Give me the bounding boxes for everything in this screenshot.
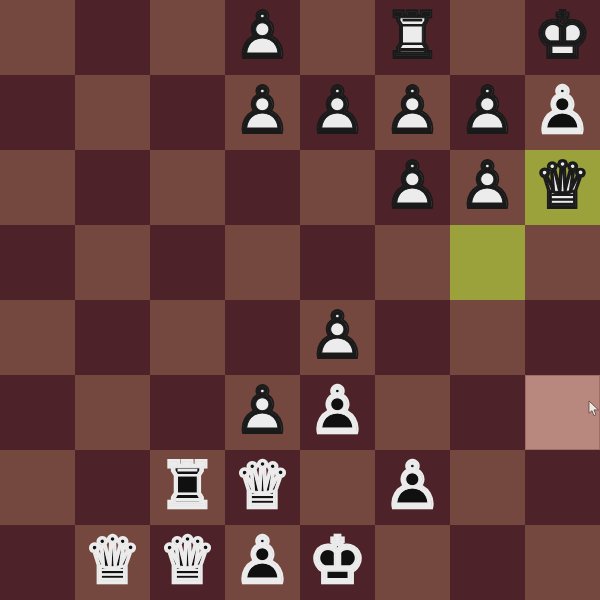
square-d6[interactable] bbox=[225, 150, 300, 225]
square-c2[interactable]: ♜♜♖ bbox=[150, 450, 225, 525]
white-pawn[interactable]: ♟♟♙ bbox=[225, 0, 300, 75]
body-glyph: ♟ bbox=[225, 373, 300, 448]
halo-glyph: ♟ bbox=[300, 373, 375, 448]
square-b1[interactable]: ♛♛♕ bbox=[75, 525, 150, 600]
halo-glyph: ♛ bbox=[75, 523, 150, 598]
detail-glyph: ♕ bbox=[525, 148, 600, 223]
white-pawn[interactable]: ♟♟♙ bbox=[300, 75, 375, 150]
detail-glyph: ♕ bbox=[150, 523, 225, 598]
body-glyph: ♛ bbox=[150, 523, 225, 598]
white-pawn[interactable]: ♟♟♙ bbox=[225, 75, 300, 150]
square-d3[interactable]: ♟♟♙ bbox=[225, 375, 300, 450]
square-h4[interactable] bbox=[525, 300, 600, 375]
detail-glyph: ♙ bbox=[450, 73, 525, 148]
halo-glyph: ♟ bbox=[300, 298, 375, 373]
halo-glyph: ♟ bbox=[525, 73, 600, 148]
body-glyph: ♜ bbox=[150, 448, 225, 523]
square-e4[interactable]: ♟♟♙ bbox=[300, 300, 375, 375]
body-glyph: ♟ bbox=[375, 148, 450, 223]
square-f8[interactable]: ♜♜♖ bbox=[375, 0, 450, 75]
body-glyph: ♟ bbox=[225, 523, 300, 598]
detail-glyph: ♙ bbox=[300, 373, 375, 448]
square-g1[interactable] bbox=[450, 525, 525, 600]
square-b6[interactable] bbox=[75, 150, 150, 225]
black-pawn[interactable]: ♟♟♙ bbox=[375, 450, 450, 525]
white-pawn[interactable]: ♟♟♙ bbox=[450, 150, 525, 225]
square-b4[interactable] bbox=[75, 300, 150, 375]
halo-glyph: ♚ bbox=[525, 0, 600, 73]
square-f2[interactable]: ♟♟♙ bbox=[375, 450, 450, 525]
body-glyph: ♟ bbox=[450, 73, 525, 148]
square-d2[interactable]: ♛♛♕ bbox=[225, 450, 300, 525]
square-e8[interactable] bbox=[300, 0, 375, 75]
square-f3[interactable] bbox=[375, 375, 450, 450]
square-f4[interactable] bbox=[375, 300, 450, 375]
halo-glyph: ♟ bbox=[300, 73, 375, 148]
black-king[interactable]: ♚♚♔ bbox=[300, 525, 375, 600]
halo-glyph: ♜ bbox=[375, 0, 450, 73]
detail-glyph: ♔ bbox=[525, 0, 600, 73]
square-h3[interactable] bbox=[525, 375, 600, 450]
body-glyph: ♟ bbox=[300, 373, 375, 448]
white-queen[interactable]: ♛♛♕ bbox=[525, 150, 600, 225]
square-g6[interactable]: ♟♟♙ bbox=[450, 150, 525, 225]
black-pawn[interactable]: ♟♟♙ bbox=[525, 75, 600, 150]
body-glyph: ♛ bbox=[225, 448, 300, 523]
halo-glyph: ♟ bbox=[225, 73, 300, 148]
black-queen[interactable]: ♛♛♕ bbox=[225, 450, 300, 525]
square-a7[interactable] bbox=[0, 75, 75, 150]
square-e5[interactable] bbox=[300, 225, 375, 300]
detail-glyph: ♖ bbox=[150, 448, 225, 523]
square-e7[interactable]: ♟♟♙ bbox=[300, 75, 375, 150]
detail-glyph: ♙ bbox=[225, 0, 300, 73]
detail-glyph: ♙ bbox=[300, 73, 375, 148]
white-pawn[interactable]: ♟♟♙ bbox=[300, 300, 375, 375]
square-f6[interactable]: ♟♟♙ bbox=[375, 150, 450, 225]
halo-glyph: ♚ bbox=[300, 523, 375, 598]
square-h6[interactable]: ♛♛♕ bbox=[525, 150, 600, 225]
body-glyph: ♚ bbox=[300, 523, 375, 598]
square-g7[interactable]: ♟♟♙ bbox=[450, 75, 525, 150]
body-glyph: ♟ bbox=[300, 298, 375, 373]
detail-glyph: ♙ bbox=[375, 148, 450, 223]
square-c3[interactable] bbox=[150, 375, 225, 450]
white-pawn[interactable]: ♟♟♙ bbox=[450, 75, 525, 150]
square-a8[interactable] bbox=[0, 0, 75, 75]
detail-glyph: ♕ bbox=[75, 523, 150, 598]
square-g3[interactable] bbox=[450, 375, 525, 450]
white-king[interactable]: ♚♚♔ bbox=[525, 0, 600, 75]
square-h2[interactable] bbox=[525, 450, 600, 525]
square-e2[interactable] bbox=[300, 450, 375, 525]
halo-glyph: ♛ bbox=[150, 523, 225, 598]
square-b5[interactable] bbox=[75, 225, 150, 300]
detail-glyph: ♖ bbox=[375, 0, 450, 73]
square-b8[interactable] bbox=[75, 0, 150, 75]
square-a1[interactable] bbox=[0, 525, 75, 600]
halo-glyph: ♟ bbox=[450, 148, 525, 223]
halo-glyph: ♜ bbox=[150, 448, 225, 523]
white-pawn[interactable]: ♟♟♙ bbox=[375, 150, 450, 225]
square-a4[interactable] bbox=[0, 300, 75, 375]
black-rook[interactable]: ♜♜♖ bbox=[150, 450, 225, 525]
square-h5[interactable] bbox=[525, 225, 600, 300]
square-f5[interactable] bbox=[375, 225, 450, 300]
detail-glyph: ♙ bbox=[375, 448, 450, 523]
body-glyph: ♟ bbox=[375, 448, 450, 523]
square-b2[interactable] bbox=[75, 450, 150, 525]
white-rook[interactable]: ♜♜♖ bbox=[375, 0, 450, 75]
halo-glyph: ♟ bbox=[225, 523, 300, 598]
halo-glyph: ♛ bbox=[525, 148, 600, 223]
halo-glyph: ♟ bbox=[450, 73, 525, 148]
body-glyph: ♟ bbox=[300, 73, 375, 148]
body-glyph: ♟ bbox=[225, 0, 300, 73]
square-d8[interactable]: ♟♟♙ bbox=[225, 0, 300, 75]
square-c6[interactable] bbox=[150, 150, 225, 225]
chess-app: ♟♟♙♜♜♖♚♚♔♟♟♙♟♟♙♟♟♙♟♟♙♟♟♙♟♟♙♟♟♙♛♛♕♟♟♙♟♟♙♟… bbox=[0, 0, 600, 600]
square-d5[interactable] bbox=[225, 225, 300, 300]
detail-glyph: ♙ bbox=[375, 73, 450, 148]
body-glyph: ♟ bbox=[525, 73, 600, 148]
detail-glyph: ♙ bbox=[450, 148, 525, 223]
body-glyph: ♟ bbox=[225, 73, 300, 148]
square-g2[interactable] bbox=[450, 450, 525, 525]
square-d1[interactable]: ♟♟♙ bbox=[225, 525, 300, 600]
square-a2[interactable] bbox=[0, 450, 75, 525]
detail-glyph: ♙ bbox=[225, 73, 300, 148]
square-c5[interactable] bbox=[150, 225, 225, 300]
halo-glyph: ♟ bbox=[375, 448, 450, 523]
halo-glyph: ♟ bbox=[225, 373, 300, 448]
body-glyph: ♟ bbox=[450, 148, 525, 223]
black-pawn[interactable]: ♟♟♙ bbox=[300, 375, 375, 450]
body-glyph: ♟ bbox=[375, 73, 450, 148]
detail-glyph: ♔ bbox=[300, 523, 375, 598]
halo-glyph: ♛ bbox=[225, 448, 300, 523]
square-e1[interactable]: ♚♚♔ bbox=[300, 525, 375, 600]
black-queen[interactable]: ♛♛♕ bbox=[75, 525, 150, 600]
body-glyph: ♛ bbox=[75, 523, 150, 598]
square-e6[interactable] bbox=[300, 150, 375, 225]
square-c7[interactable] bbox=[150, 75, 225, 150]
detail-glyph: ♙ bbox=[525, 73, 600, 148]
chess-board: ♟♟♙♜♜♖♚♚♔♟♟♙♟♟♙♟♟♙♟♟♙♟♟♙♟♟♙♟♟♙♛♛♕♟♟♙♟♟♙♟… bbox=[0, 0, 600, 600]
square-c8[interactable] bbox=[150, 0, 225, 75]
square-d4[interactable] bbox=[225, 300, 300, 375]
square-h7[interactable]: ♟♟♙ bbox=[525, 75, 600, 150]
square-b7[interactable] bbox=[75, 75, 150, 150]
detail-glyph: ♙ bbox=[225, 523, 300, 598]
detail-glyph: ♕ bbox=[225, 448, 300, 523]
halo-glyph: ♟ bbox=[375, 73, 450, 148]
square-h8[interactable]: ♚♚♔ bbox=[525, 0, 600, 75]
square-e3[interactable]: ♟♟♙ bbox=[300, 375, 375, 450]
square-g4[interactable] bbox=[450, 300, 525, 375]
square-f7[interactable]: ♟♟♙ bbox=[375, 75, 450, 150]
square-c4[interactable] bbox=[150, 300, 225, 375]
halo-glyph: ♟ bbox=[225, 0, 300, 73]
square-g5[interactable] bbox=[450, 225, 525, 300]
square-d7[interactable]: ♟♟♙ bbox=[225, 75, 300, 150]
square-a5[interactable] bbox=[0, 225, 75, 300]
white-pawn[interactable]: ♟♟♙ bbox=[225, 375, 300, 450]
square-b3[interactable] bbox=[75, 375, 150, 450]
square-a3[interactable] bbox=[0, 375, 75, 450]
body-glyph: ♜ bbox=[375, 0, 450, 73]
black-queen[interactable]: ♛♛♕ bbox=[150, 525, 225, 600]
halo-glyph: ♟ bbox=[375, 148, 450, 223]
detail-glyph: ♙ bbox=[225, 373, 300, 448]
black-pawn[interactable]: ♟♟♙ bbox=[225, 525, 300, 600]
square-h1[interactable] bbox=[525, 525, 600, 600]
body-glyph: ♚ bbox=[525, 0, 600, 73]
detail-glyph: ♙ bbox=[300, 298, 375, 373]
square-c1[interactable]: ♛♛♕ bbox=[150, 525, 225, 600]
white-pawn[interactable]: ♟♟♙ bbox=[375, 75, 450, 150]
square-f1[interactable] bbox=[375, 525, 450, 600]
body-glyph: ♛ bbox=[525, 148, 600, 223]
square-g8[interactable] bbox=[450, 0, 525, 75]
square-a6[interactable] bbox=[0, 150, 75, 225]
